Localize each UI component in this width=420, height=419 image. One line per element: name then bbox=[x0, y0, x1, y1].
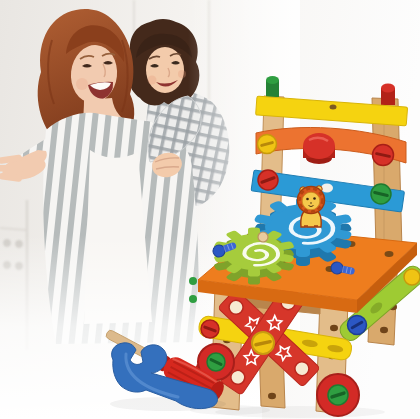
bar-hole-white bbox=[321, 184, 333, 193]
screw-yellow-left bbox=[258, 135, 277, 154]
screw-red-right bbox=[373, 145, 394, 166]
wheel-red-right bbox=[317, 374, 359, 416]
screw-red-underbar bbox=[201, 320, 219, 338]
screw-red-left bbox=[258, 170, 278, 190]
screw-green-right bbox=[371, 184, 391, 204]
product-photo-svg bbox=[0, 0, 420, 419]
screw-red-top bbox=[381, 84, 395, 106]
screw-red-center-large bbox=[303, 133, 335, 164]
bar-hole bbox=[330, 105, 337, 110]
lion-figurine bbox=[298, 186, 325, 227]
screw-yellow-x-center bbox=[252, 332, 274, 354]
screw-green-top bbox=[266, 76, 279, 97]
screw-blue-sidebar bbox=[348, 316, 367, 335]
screw-yellow-sidebar bbox=[404, 269, 420, 285]
wooden-peg bbox=[258, 232, 268, 242]
screw-tip-green bbox=[189, 277, 197, 285]
product-photo bbox=[0, 0, 420, 419]
lion-face bbox=[302, 192, 320, 210]
screw-tip-green bbox=[189, 295, 197, 303]
